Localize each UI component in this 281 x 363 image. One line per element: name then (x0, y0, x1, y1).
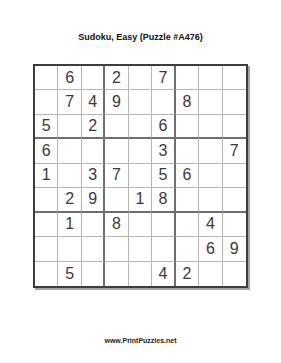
cell-r6c9[interactable] (223, 188, 246, 212)
cell-r2c3[interactable]: 4 (82, 90, 105, 114)
cell-r9c3[interactable] (82, 262, 105, 286)
cell-r5c1[interactable]: 1 (35, 164, 58, 188)
cell-r8c4[interactable] (105, 237, 128, 261)
cell-r5c7[interactable]: 6 (176, 164, 199, 188)
cell-r4c7[interactable] (176, 139, 199, 163)
cell-r8c3[interactable] (82, 237, 105, 261)
cell-r9c5[interactable] (129, 262, 152, 286)
cell-r3c9[interactable] (223, 115, 246, 139)
cell-r3c2[interactable] (58, 115, 81, 139)
cell-r7c2[interactable]: 1 (58, 213, 81, 237)
cell-r1c7[interactable] (176, 66, 199, 90)
cell-r3c8[interactable] (199, 115, 222, 139)
cell-r5c6[interactable]: 5 (152, 164, 175, 188)
cell-r8c9[interactable]: 9 (223, 237, 246, 261)
cell-r1c4[interactable]: 2 (105, 66, 128, 90)
cell-r3c4[interactable] (105, 115, 128, 139)
cell-r2c8[interactable] (199, 90, 222, 114)
cell-r9c2[interactable]: 5 (58, 262, 81, 286)
cell-r6c6[interactable]: 8 (152, 188, 175, 212)
cell-r5c5[interactable] (129, 164, 152, 188)
cell-r2c7[interactable]: 8 (176, 90, 199, 114)
cell-r2c2[interactable]: 7 (58, 90, 81, 114)
cell-r8c7[interactable] (176, 237, 199, 261)
cell-r4c1[interactable]: 6 (35, 139, 58, 163)
cell-r3c3[interactable]: 2 (82, 115, 105, 139)
cell-r6c4[interactable] (105, 188, 128, 212)
cell-r8c1[interactable] (35, 237, 58, 261)
cell-r9c1[interactable] (35, 262, 58, 286)
cell-r4c2[interactable] (58, 139, 81, 163)
cell-r8c8[interactable]: 6 (199, 237, 222, 261)
cell-r9c6[interactable]: 4 (152, 262, 175, 286)
cell-r7c3[interactable] (82, 213, 105, 237)
cell-r3c7[interactable] (176, 115, 199, 139)
cell-r6c7[interactable] (176, 188, 199, 212)
cell-r3c1[interactable]: 5 (35, 115, 58, 139)
sudoku-page: Sudoku, Easy (Puzzle #A476) 627749852663… (0, 0, 281, 363)
cell-r6c5[interactable]: 1 (129, 188, 152, 212)
cell-r8c2[interactable] (58, 237, 81, 261)
cell-r5c3[interactable]: 3 (82, 164, 105, 188)
site-credit: www.PrintPuzzles.net (0, 336, 281, 345)
cell-r7c6[interactable] (152, 213, 175, 237)
cell-r7c4[interactable]: 8 (105, 213, 128, 237)
cell-r4c8[interactable] (199, 139, 222, 163)
cell-r8c5[interactable] (129, 237, 152, 261)
cell-r9c9[interactable] (223, 262, 246, 286)
cell-r5c9[interactable] (223, 164, 246, 188)
cell-r1c3[interactable] (82, 66, 105, 90)
cell-r4c4[interactable] (105, 139, 128, 163)
cell-r6c1[interactable] (35, 188, 58, 212)
cell-r2c4[interactable]: 9 (105, 90, 128, 114)
cell-r1c2[interactable]: 6 (58, 66, 81, 90)
cell-r1c5[interactable] (129, 66, 152, 90)
cell-r5c8[interactable] (199, 164, 222, 188)
cell-r5c2[interactable] (58, 164, 81, 188)
cell-r8c6[interactable] (152, 237, 175, 261)
cell-r6c3[interactable]: 9 (82, 188, 105, 212)
page-title: Sudoku, Easy (Puzzle #A476) (0, 32, 281, 43)
cell-r2c5[interactable] (129, 90, 152, 114)
cell-r7c7[interactable] (176, 213, 199, 237)
cell-r7c5[interactable] (129, 213, 152, 237)
cell-r4c5[interactable] (129, 139, 152, 163)
cell-r9c4[interactable] (105, 262, 128, 286)
cell-r3c5[interactable] (129, 115, 152, 139)
cell-r9c8[interactable] (199, 262, 222, 286)
cell-r6c8[interactable] (199, 188, 222, 212)
cell-r3c6[interactable]: 6 (152, 115, 175, 139)
cell-r4c9[interactable]: 7 (223, 139, 246, 163)
sudoku-board: 627749852663713756291818469542 (33, 64, 248, 288)
cell-r1c9[interactable] (223, 66, 246, 90)
cell-r2c6[interactable] (152, 90, 175, 114)
cell-r7c9[interactable] (223, 213, 246, 237)
cell-r2c9[interactable] (223, 90, 246, 114)
cell-r1c6[interactable]: 7 (152, 66, 175, 90)
cell-r4c6[interactable]: 3 (152, 139, 175, 163)
cell-r7c1[interactable] (35, 213, 58, 237)
cell-r4c3[interactable] (82, 139, 105, 163)
cell-r1c8[interactable] (199, 66, 222, 90)
cell-r9c7[interactable]: 2 (176, 262, 199, 286)
cell-r6c2[interactable]: 2 (58, 188, 81, 212)
cell-r2c1[interactable] (35, 90, 58, 114)
cell-r7c8[interactable]: 4 (199, 213, 222, 237)
cell-r1c1[interactable] (35, 66, 58, 90)
cell-r5c4[interactable]: 7 (105, 164, 128, 188)
